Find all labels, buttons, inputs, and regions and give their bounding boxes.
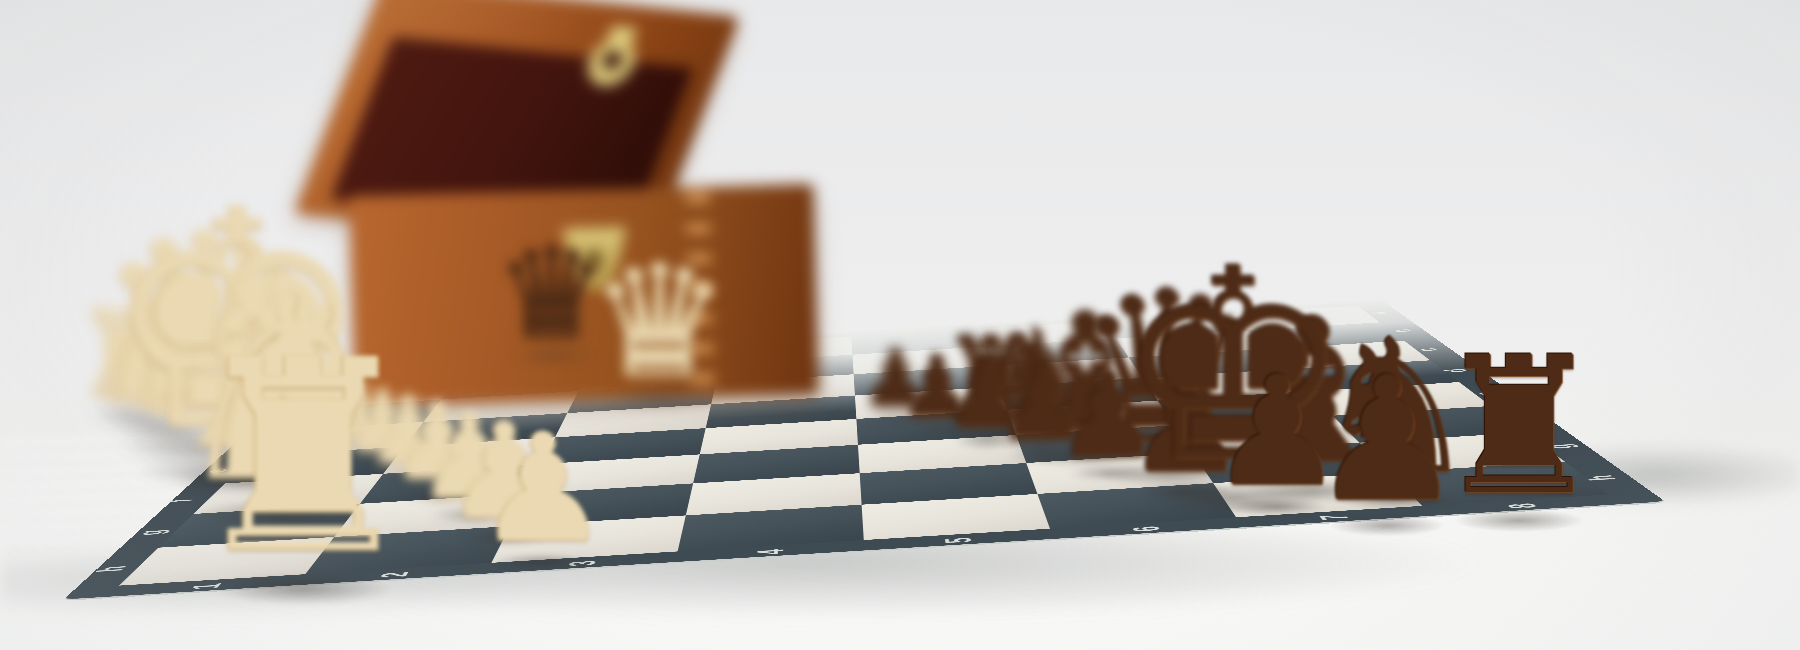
file-label-left-h: h — [92, 565, 132, 572]
rank-label-near-5: 5 — [941, 537, 978, 544]
file-label-left-g: g — [132, 529, 169, 536]
piece-white-rook-h1[interactable]: ♜ — [171, 325, 436, 590]
white-pawn-glyph-icon: ♟ — [476, 413, 610, 563]
chess-set-photo: 1122334455667788aabbccddeeffgghh ♜♞♝♚♛♝♞… — [0, 0, 1800, 650]
white-rook-glyph-icon: ♜ — [184, 325, 422, 590]
rank-label-near-6: 6 — [1128, 525, 1166, 532]
piece-white-pawn-h2[interactable]: ♟ — [468, 413, 618, 563]
piece-white-extra-queen[interactable]: ♛ — [582, 244, 737, 399]
rank-label-near-4: 4 — [753, 548, 789, 555]
white-queen-glyph-icon: ♛ — [590, 244, 729, 399]
black-pawn-glyph-icon: ♟ — [1310, 354, 1464, 526]
brass-clasp-ring — [582, 38, 641, 87]
piece-black-pawn-h7[interactable]: ♟ — [1301, 354, 1473, 526]
